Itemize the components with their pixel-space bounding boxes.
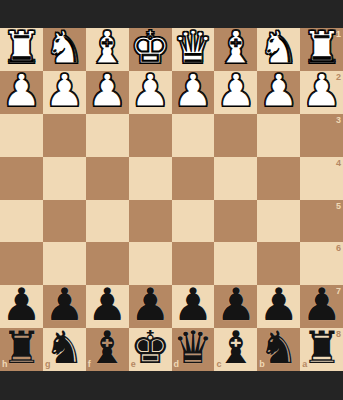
square-c2[interactable]: ♟ (214, 71, 257, 114)
rank-label-3: 3 (336, 116, 341, 125)
square-b4[interactable] (257, 157, 300, 200)
square-b1[interactable]: ♞ (257, 28, 300, 71)
square-b8[interactable]: ♞b (257, 328, 300, 371)
square-c3[interactable] (214, 114, 257, 157)
file-label-c: c (216, 360, 221, 369)
white-king-e1[interactable]: ♚ (130, 28, 170, 70)
file-label-e: e (131, 360, 136, 369)
square-e4[interactable] (129, 157, 172, 200)
square-g7[interactable]: ♟ (43, 285, 86, 328)
square-g3[interactable] (43, 114, 86, 157)
black-bishop-f8[interactable]: ♝ (87, 328, 127, 370)
white-pawn-f2[interactable]: ♟ (87, 71, 127, 113)
square-f3[interactable] (86, 114, 129, 157)
white-pawn-h2[interactable]: ♟ (1, 71, 41, 113)
white-pawn-c2[interactable]: ♟ (216, 71, 256, 113)
square-h8[interactable]: ♜h (0, 328, 43, 371)
square-g2[interactable]: ♟ (43, 71, 86, 114)
square-g6[interactable] (43, 242, 86, 285)
file-label-f: f (88, 360, 91, 369)
square-f6[interactable] (86, 242, 129, 285)
square-g8[interactable]: ♞g (43, 328, 86, 371)
square-e1[interactable]: ♚ (129, 28, 172, 71)
black-pawn-c7[interactable]: ♟ (216, 285, 256, 327)
square-f7[interactable]: ♟ (86, 285, 129, 328)
square-f1[interactable]: ♝ (86, 28, 129, 71)
square-a3[interactable]: 3 (300, 114, 343, 157)
white-queen-d1[interactable]: ♛ (173, 28, 213, 70)
square-a2[interactable]: ♟2 (300, 71, 343, 114)
top-letterbox-bar (0, 0, 343, 28)
square-h3[interactable] (0, 114, 43, 157)
square-e3[interactable] (129, 114, 172, 157)
white-pawn-e2[interactable]: ♟ (130, 71, 170, 113)
square-a6[interactable]: 6 (300, 242, 343, 285)
square-d8[interactable]: ♛d (172, 328, 215, 371)
white-pawn-b2[interactable]: ♟ (259, 71, 299, 113)
square-g4[interactable] (43, 157, 86, 200)
white-pawn-d2[interactable]: ♟ (173, 71, 213, 113)
square-d7[interactable]: ♟ (172, 285, 215, 328)
square-f4[interactable] (86, 157, 129, 200)
square-c6[interactable] (214, 242, 257, 285)
white-bishop-c1[interactable]: ♝ (216, 28, 256, 70)
square-b6[interactable] (257, 242, 300, 285)
white-knight-b1[interactable]: ♞ (259, 28, 299, 70)
square-g5[interactable] (43, 200, 86, 243)
bottom-letterbox-bar (0, 371, 343, 400)
square-h4[interactable] (0, 157, 43, 200)
square-f5[interactable] (86, 200, 129, 243)
file-label-a: a (302, 360, 307, 369)
rank-label-5: 5 (336, 202, 341, 211)
square-a4[interactable]: 4 (300, 157, 343, 200)
square-e8[interactable]: ♚e (129, 328, 172, 371)
white-pawn-g2[interactable]: ♟ (44, 71, 84, 113)
square-b5[interactable] (257, 200, 300, 243)
square-b7[interactable]: ♟ (257, 285, 300, 328)
black-pawn-f7[interactable]: ♟ (87, 285, 127, 327)
square-d4[interactable] (172, 157, 215, 200)
square-e7[interactable]: ♟ (129, 285, 172, 328)
square-a8[interactable]: ♜8a (300, 328, 343, 371)
square-b3[interactable] (257, 114, 300, 157)
rank-label-2: 2 (336, 73, 341, 82)
black-king-e8[interactable]: ♚ (130, 328, 170, 370)
square-d5[interactable] (172, 200, 215, 243)
square-c1[interactable]: ♝ (214, 28, 257, 71)
square-a1[interactable]: ♜1 (300, 28, 343, 71)
black-pawn-g7[interactable]: ♟ (44, 285, 84, 327)
square-a7[interactable]: ♟7 (300, 285, 343, 328)
square-c7[interactable]: ♟ (214, 285, 257, 328)
white-rook-h1[interactable]: ♜ (1, 28, 41, 70)
rank-label-6: 6 (336, 244, 341, 253)
page-background: ♜♞♝♚♛♝♞♜1♟♟♟♟♟♟♟♟23456♟♟♟♟♟♟♟♟7♜h♞g♝f♚e♛… (0, 0, 343, 400)
square-g1[interactable]: ♞ (43, 28, 86, 71)
black-bishop-c8[interactable]: ♝ (216, 328, 256, 370)
rank-label-1: 1 (336, 30, 341, 39)
square-d1[interactable]: ♛ (172, 28, 215, 71)
square-d2[interactable]: ♟ (172, 71, 215, 114)
square-d3[interactable] (172, 114, 215, 157)
square-h6[interactable] (0, 242, 43, 285)
chess-board[interactable]: ♜♞♝♚♛♝♞♜1♟♟♟♟♟♟♟♟23456♟♟♟♟♟♟♟♟7♜h♞g♝f♚e♛… (0, 28, 343, 371)
white-bishop-f1[interactable]: ♝ (87, 28, 127, 70)
square-d6[interactable] (172, 242, 215, 285)
square-f8[interactable]: ♝f (86, 328, 129, 371)
square-h7[interactable]: ♟ (0, 285, 43, 328)
square-e2[interactable]: ♟ (129, 71, 172, 114)
square-h1[interactable]: ♜ (0, 28, 43, 71)
square-c8[interactable]: ♝c (214, 328, 257, 371)
rank-label-8: 8 (336, 330, 341, 339)
white-knight-g1[interactable]: ♞ (44, 28, 84, 70)
square-a5[interactable]: 5 (300, 200, 343, 243)
file-label-d: d (174, 360, 180, 369)
black-pawn-d7[interactable]: ♟ (173, 285, 213, 327)
square-h2[interactable]: ♟ (0, 71, 43, 114)
file-label-b: b (259, 360, 265, 369)
square-e5[interactable] (129, 200, 172, 243)
file-label-h: h (2, 360, 8, 369)
rank-label-7: 7 (336, 287, 341, 296)
rank-label-4: 4 (336, 159, 341, 168)
file-label-g: g (45, 360, 51, 369)
black-pawn-h7[interactable]: ♟ (1, 285, 41, 327)
square-f2[interactable]: ♟ (86, 71, 129, 114)
square-c5[interactable] (214, 200, 257, 243)
black-pawn-b7[interactable]: ♟ (259, 285, 299, 327)
square-e6[interactable] (129, 242, 172, 285)
square-b2[interactable]: ♟ (257, 71, 300, 114)
black-pawn-e7[interactable]: ♟ (130, 285, 170, 327)
square-h5[interactable] (0, 200, 43, 243)
square-c4[interactable] (214, 157, 257, 200)
